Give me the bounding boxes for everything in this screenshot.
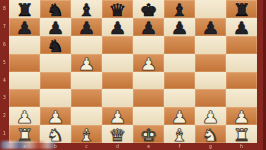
black-knight-b6: ♞: [47, 38, 65, 55]
black-pawn-f7: ♟: [171, 20, 189, 37]
black-rook-a8: ♜: [16, 2, 34, 19]
square-c1[interactable]: ♝: [71, 125, 102, 143]
square-d3[interactable]: [102, 89, 133, 107]
square-g4[interactable]: [195, 72, 226, 90]
square-d8[interactable]: ♛: [102, 0, 133, 18]
black-knight-b8: ♞: [47, 2, 65, 19]
square-e5[interactable]: ♟: [133, 54, 164, 72]
white-bishop-c1: ♝: [78, 127, 96, 144]
square-a6[interactable]: [9, 36, 40, 54]
square-e3[interactable]: [133, 89, 164, 107]
square-f8[interactable]: ♝: [164, 0, 195, 18]
square-f7[interactable]: ♟: [164, 18, 195, 36]
black-pawn-a7: ♟: [16, 20, 34, 37]
square-b3[interactable]: [40, 89, 71, 107]
rank-label-8: 8: [2, 4, 7, 14]
square-h5[interactable]: [226, 54, 257, 72]
rank-label-6: 6: [2, 40, 7, 50]
rank-label-2: 2: [2, 111, 7, 121]
square-a3[interactable]: [9, 89, 40, 107]
file-label-c: c: [78, 145, 95, 149]
black-pawn-b7: ♟: [47, 20, 65, 37]
square-c3[interactable]: [71, 89, 102, 107]
square-a5[interactable]: [9, 54, 40, 72]
square-g3[interactable]: [195, 89, 226, 107]
white-pawn-c5: ♟: [78, 56, 96, 73]
square-e2[interactable]: [133, 107, 164, 125]
file-label-h: h: [233, 145, 250, 149]
square-b7[interactable]: ♟: [40, 18, 71, 36]
square-f3[interactable]: [164, 89, 195, 107]
white-pawn-g2: ♟: [202, 109, 220, 126]
square-a8[interactable]: ♜: [9, 0, 40, 18]
square-f1[interactable]: ♝: [164, 125, 195, 143]
white-pawn-f2: ♟: [171, 109, 189, 126]
black-bishop-f8: ♝: [171, 2, 189, 19]
rank-label-3: 3: [2, 93, 7, 103]
square-g6[interactable]: [195, 36, 226, 54]
square-f2[interactable]: ♟: [164, 107, 195, 125]
square-f5[interactable]: [164, 54, 195, 72]
white-queen-d1: ♛: [109, 127, 127, 144]
square-e4[interactable]: [133, 72, 164, 90]
file-label-g: g: [202, 145, 219, 149]
square-d7[interactable]: ♟: [102, 18, 133, 36]
square-g8[interactable]: [195, 0, 226, 18]
black-pawn-g7: ♟: [202, 20, 220, 37]
white-pawn-e5: ♟: [140, 56, 158, 73]
square-e1[interactable]: ♚: [133, 125, 164, 143]
square-c7[interactable]: ♟: [71, 18, 102, 36]
square-a2[interactable]: ♟: [9, 107, 40, 125]
square-g7[interactable]: ♟: [195, 18, 226, 36]
square-f4[interactable]: [164, 72, 195, 90]
white-pawn-h2: ♟: [233, 109, 251, 126]
white-pawn-b2: ♟: [47, 109, 65, 126]
square-d2[interactable]: ♟: [102, 107, 133, 125]
square-e7[interactable]: ♟: [133, 18, 164, 36]
rank-labels: 87654321: [0, 0, 9, 143]
black-pawn-d7: ♟: [109, 20, 127, 37]
square-h1[interactable]: ♜: [226, 125, 257, 143]
rank-label-5: 5: [2, 58, 7, 68]
rank-label-1: 1: [2, 129, 7, 139]
square-b8[interactable]: ♞: [40, 0, 71, 18]
square-h4[interactable]: [226, 72, 257, 90]
square-b2[interactable]: ♟: [40, 107, 71, 125]
file-label-f: f: [171, 145, 188, 149]
black-queen-d8: ♛: [109, 2, 127, 19]
file-label-d: d: [109, 145, 126, 149]
rank-label-4: 4: [2, 76, 7, 86]
file-label-e: e: [140, 145, 157, 149]
square-d4[interactable]: [102, 72, 133, 90]
square-c6[interactable]: [71, 36, 102, 54]
black-pawn-h7: ♟: [233, 20, 251, 37]
white-rook-h1: ♜: [233, 127, 251, 144]
square-e6[interactable]: [133, 36, 164, 54]
black-bishop-c8: ♝: [78, 2, 96, 19]
white-bishop-f1: ♝: [171, 127, 189, 144]
square-c4[interactable]: [71, 72, 102, 90]
square-d5[interactable]: [102, 54, 133, 72]
square-b6[interactable]: ♞: [40, 36, 71, 54]
square-d6[interactable]: [102, 36, 133, 54]
black-rook-h8: ♜: [233, 2, 251, 19]
chess-board-frame: 87654321 ♜♞♝♛♚♝♜♟♟♟♟♟♟♟♟♞♟♟♟♟♟♟♟♟♜♞♝♛♚♝♞…: [0, 0, 266, 150]
rank-label-7: 7: [2, 22, 7, 32]
square-b4[interactable]: [40, 72, 71, 90]
square-h8[interactable]: ♜: [226, 0, 257, 18]
square-g2[interactable]: ♟: [195, 107, 226, 125]
square-c5[interactable]: ♟: [71, 54, 102, 72]
square-a4[interactable]: [9, 72, 40, 90]
square-f6[interactable]: [164, 36, 195, 54]
white-pawn-d2: ♟: [109, 109, 127, 126]
black-pawn-c7: ♟: [78, 20, 96, 37]
square-e8[interactable]: ♚: [133, 0, 164, 18]
white-king-e1: ♚: [140, 127, 158, 144]
chess-board: ♜♞♝♛♚♝♜♟♟♟♟♟♟♟♟♞♟♟♟♟♟♟♟♟♜♞♝♛♚♝♞♜: [9, 0, 257, 143]
white-pawn-a2: ♟: [16, 109, 34, 126]
square-h6[interactable]: [226, 36, 257, 54]
square-a7[interactable]: ♟: [9, 18, 40, 36]
square-b5[interactable]: [40, 54, 71, 72]
black-pawn-e7: ♟: [140, 20, 158, 37]
square-d1[interactable]: ♛: [102, 125, 133, 143]
square-h2[interactable]: ♟: [226, 107, 257, 125]
square-c2[interactable]: [71, 107, 102, 125]
square-h3[interactable]: [226, 89, 257, 107]
white-knight-g1: ♞: [202, 127, 220, 144]
square-h7[interactable]: ♟: [226, 18, 257, 36]
black-king-e8: ♚: [140, 2, 158, 19]
square-g5[interactable]: [195, 54, 226, 72]
square-c8[interactable]: ♝: [71, 0, 102, 18]
square-g1[interactable]: ♞: [195, 125, 226, 143]
watermark: [1, 141, 55, 149]
